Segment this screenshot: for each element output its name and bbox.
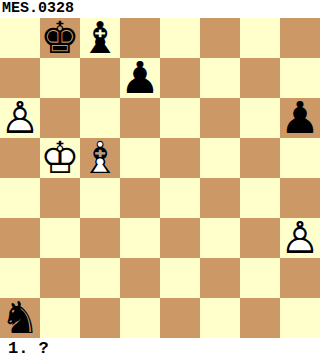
square-f5[interactable]	[200, 138, 240, 178]
square-g7[interactable]	[240, 58, 280, 98]
square-b2[interactable]	[40, 258, 80, 298]
square-c5[interactable]: ♝♗	[80, 138, 120, 178]
square-d7[interactable]: ♟	[120, 58, 160, 98]
square-b7[interactable]	[40, 58, 80, 98]
square-g3[interactable]	[240, 218, 280, 258]
piece-white-king: ♚♔	[40, 138, 80, 178]
square-f6[interactable]	[200, 98, 240, 138]
square-f8[interactable]	[200, 18, 240, 58]
square-f2[interactable]	[200, 258, 240, 298]
square-g5[interactable]	[240, 138, 280, 178]
square-h6[interactable]: ♟	[280, 98, 320, 138]
piece-black-king: ♚	[40, 18, 80, 58]
square-f3[interactable]	[200, 218, 240, 258]
square-a6[interactable]: ♟♙	[0, 98, 40, 138]
square-a8[interactable]	[0, 18, 40, 58]
square-c7[interactable]	[80, 58, 120, 98]
chess-board: ♚♝♟♟♙♟♚♔♝♗♟♙♞	[0, 18, 320, 338]
square-e4[interactable]	[160, 178, 200, 218]
square-f7[interactable]	[200, 58, 240, 98]
piece-black-pawn: ♟	[120, 58, 160, 98]
square-h8[interactable]	[280, 18, 320, 58]
square-d6[interactable]	[120, 98, 160, 138]
square-c3[interactable]	[80, 218, 120, 258]
piece-glyph: ♟	[120, 58, 160, 98]
square-g6[interactable]	[240, 98, 280, 138]
piece-glyph: ♟	[280, 98, 320, 138]
square-e6[interactable]	[160, 98, 200, 138]
square-b8[interactable]: ♚	[40, 18, 80, 58]
square-b5[interactable]: ♚♔	[40, 138, 80, 178]
chess-diagram-page: MES.0328 ♚♝♟♟♙♟♚♔♝♗♟♙♞ 1. ?	[0, 0, 320, 360]
square-g4[interactable]	[240, 178, 280, 218]
piece-outline-glyph: ♔	[40, 138, 80, 178]
square-g8[interactable]	[240, 18, 280, 58]
piece-black-knight: ♞	[0, 298, 40, 338]
square-h2[interactable]	[280, 258, 320, 298]
square-b3[interactable]	[40, 218, 80, 258]
square-h5[interactable]	[280, 138, 320, 178]
square-e3[interactable]	[160, 218, 200, 258]
piece-white-bishop: ♝♗	[80, 138, 120, 178]
square-b4[interactable]	[40, 178, 80, 218]
piece-white-pawn: ♟♙	[280, 218, 320, 258]
square-c4[interactable]	[80, 178, 120, 218]
square-e2[interactable]	[160, 258, 200, 298]
square-c2[interactable]	[80, 258, 120, 298]
piece-outline-glyph: ♙	[280, 218, 320, 258]
piece-white-pawn: ♟♙	[0, 98, 40, 138]
square-g1[interactable]	[240, 298, 280, 338]
square-g2[interactable]	[240, 258, 280, 298]
square-c1[interactable]	[80, 298, 120, 338]
piece-black-bishop: ♝	[80, 18, 120, 58]
square-c8[interactable]: ♝	[80, 18, 120, 58]
piece-black-pawn: ♟	[280, 98, 320, 138]
square-d3[interactable]	[120, 218, 160, 258]
piece-glyph: ♝	[80, 18, 120, 58]
square-a1[interactable]: ♞	[0, 298, 40, 338]
square-f4[interactable]	[200, 178, 240, 218]
square-e8[interactable]	[160, 18, 200, 58]
piece-glyph: ♞	[0, 298, 40, 338]
piece-outline-glyph: ♗	[80, 138, 120, 178]
square-d1[interactable]	[120, 298, 160, 338]
piece-outline-glyph: ♙	[0, 98, 40, 138]
square-d2[interactable]	[120, 258, 160, 298]
square-a4[interactable]	[0, 178, 40, 218]
square-f1[interactable]	[200, 298, 240, 338]
square-e5[interactable]	[160, 138, 200, 178]
square-a3[interactable]	[0, 218, 40, 258]
square-d4[interactable]	[120, 178, 160, 218]
square-e7[interactable]	[160, 58, 200, 98]
square-a5[interactable]	[0, 138, 40, 178]
square-b1[interactable]	[40, 298, 80, 338]
square-h1[interactable]	[280, 298, 320, 338]
square-h3[interactable]: ♟♙	[280, 218, 320, 258]
piece-glyph: ♚	[40, 18, 80, 58]
square-e1[interactable]	[160, 298, 200, 338]
move-prompt: 1. ?	[0, 338, 320, 360]
square-d5[interactable]	[120, 138, 160, 178]
